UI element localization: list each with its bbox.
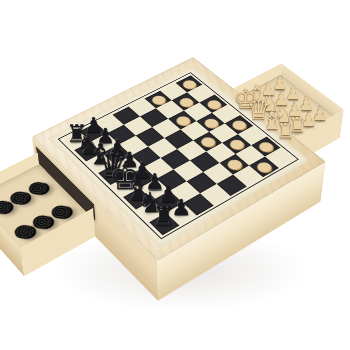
- scene: ●●●●●●●●●●●●: [0, 0, 350, 350]
- wooden-games-box: ●●●●●●●●●●●●: [37, 96, 321, 300]
- black-draughts-stack: [11, 222, 36, 241]
- black-draughts-stack: [48, 203, 73, 221]
- black-draughts-stack: [26, 180, 50, 198]
- black-draughts-stack: [30, 212, 55, 231]
- black-draughts-stack: [8, 189, 33, 207]
- games-box-product-photo: ●●●●●●●●●●●● ♟♟♟♝♟♚♟♞♟♛♟♞♟♝♜♟♜♜♟♞♟♝♟♛♟♚♟…: [0, 0, 350, 350]
